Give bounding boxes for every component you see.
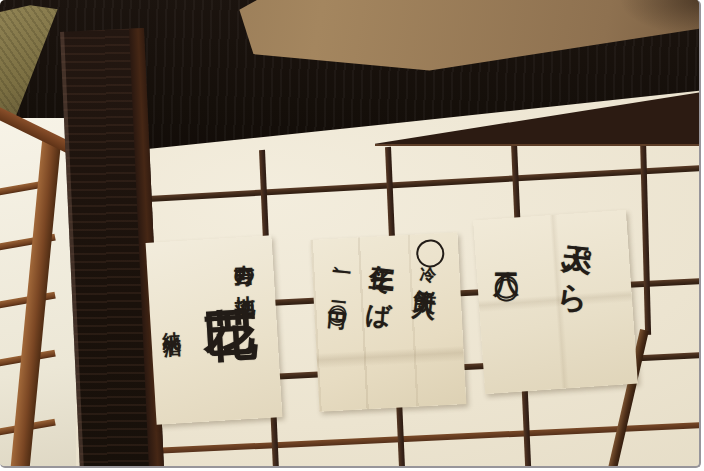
sign-soba: 冷餅天入 仁王そば 一、二〇〇円 bbox=[311, 232, 467, 411]
sign-tempura: 天ぷら 八〇〇ー bbox=[473, 210, 638, 394]
tempura-price-text: 八〇〇ー bbox=[489, 252, 522, 264]
photo: 吉野の地酒 花巴 純米酒 冷餅天入 仁王そば 一、二〇〇円 天ぷら 八〇〇ー bbox=[0, 0, 701, 468]
soba-name-text: 仁王そば bbox=[362, 244, 402, 316]
soba-price-text: 一、二〇〇円 bbox=[327, 261, 357, 301]
sake-type-text: 純米酒 bbox=[158, 317, 183, 327]
sign-sake: 吉野の地酒 花巴 純米酒 bbox=[146, 235, 283, 424]
soba-topping-column: 冷餅天入 bbox=[413, 238, 448, 282]
soba-topping-text: 餅天入 bbox=[415, 270, 442, 282]
lattice-rail bbox=[130, 164, 701, 203]
cold-mark: 冷 bbox=[415, 238, 446, 269]
photo-frame: 吉野の地酒 花巴 純米酒 冷餅天入 仁王そば 一、二〇〇円 天ぷら 八〇〇ー bbox=[0, 0, 704, 471]
tempura-name-text: 天ぷら bbox=[552, 221, 601, 302]
